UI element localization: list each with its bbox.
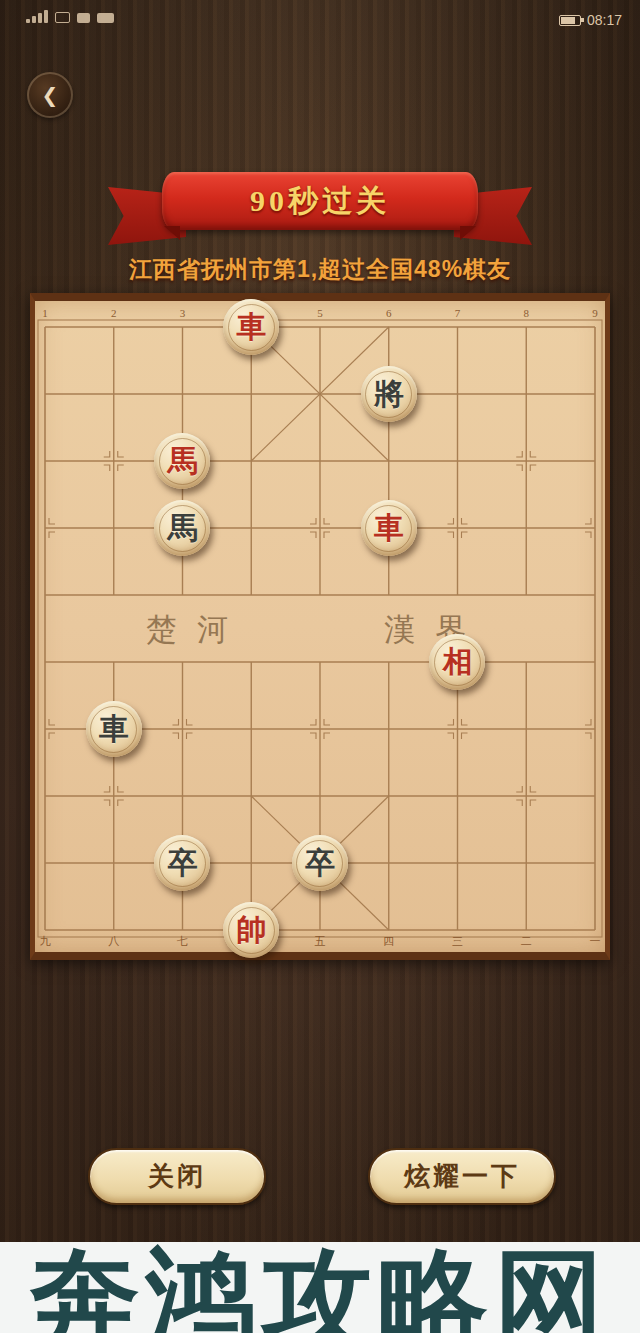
notification-icon [97, 13, 114, 23]
ribbon-band: 90秒过关 [162, 172, 478, 230]
clock-time: 08:17 [587, 12, 622, 28]
status-bar: 08:17 [0, 6, 640, 42]
back-button[interactable]: ❮ [27, 72, 73, 118]
result-banner: 90秒过关 [108, 165, 532, 257]
brag-button[interactable]: 炫耀一下 [368, 1148, 556, 1205]
piece-character: 車 [236, 312, 266, 342]
red-chariot-1[interactable]: 車 [223, 299, 279, 355]
screenshot-icon [77, 13, 90, 23]
close-button[interactable]: 关闭 [88, 1148, 266, 1205]
black-chariot[interactable]: 車 [86, 701, 142, 757]
black-horse[interactable]: 馬 [154, 500, 210, 556]
red-elephant[interactable]: 相 [429, 634, 485, 690]
piece-character: 帥 [236, 915, 266, 945]
status-right: 08:17 [559, 12, 622, 28]
signal-icon [26, 10, 48, 23]
rank-subtitle: 江西省抚州市第1,超过全国48%棋友 [0, 254, 640, 285]
battery-icon [559, 15, 581, 26]
piece-character: 卒 [305, 848, 335, 878]
red-horse[interactable]: 馬 [154, 433, 210, 489]
piece-grid: 車將馬馬車相車卒卒帥 [11, 294, 630, 964]
xiangqi-board: 123456789 九八七六五四三二一 楚河 漢界 車將馬馬車相車卒卒帥 [30, 293, 610, 960]
piece-character: 相 [442, 647, 472, 677]
watermark-strip: 奔鸿攻略网 [0, 1242, 640, 1333]
piece-character: 車 [99, 714, 129, 744]
piece-character: 卒 [167, 848, 197, 878]
black-soldier-2[interactable]: 卒 [292, 835, 348, 891]
watermark-text: 奔鸿攻略网 [0, 1242, 640, 1333]
sim-icon [55, 12, 70, 23]
piece-character: 將 [374, 379, 404, 409]
piece-character: 馬 [167, 446, 197, 476]
status-icons-left [26, 10, 114, 23]
red-chariot-2[interactable]: 車 [361, 500, 417, 556]
piece-character: 馬 [167, 513, 197, 543]
banner-title: 90秒过关 [250, 181, 390, 222]
board-inner: 123456789 九八七六五四三二一 楚河 漢界 車將馬馬車相車卒卒帥 [35, 301, 605, 952]
piece-character: 車 [374, 513, 404, 543]
red-general[interactable]: 帥 [223, 902, 279, 958]
black-general[interactable]: 將 [361, 366, 417, 422]
black-soldier-1[interactable]: 卒 [154, 835, 210, 891]
back-chevron-icon: ❮ [42, 83, 59, 107]
button-row: 关闭 炫耀一下 [0, 1148, 640, 1206]
